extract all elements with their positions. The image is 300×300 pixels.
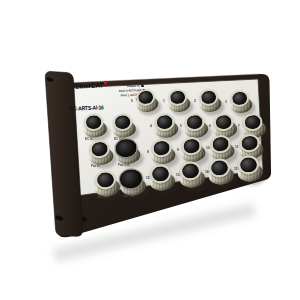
m12-connector [226,89,256,116]
port-number: 8 [147,150,149,153]
aux-port-label: Pwr Out [118,163,130,166]
product-photo-ethercat-junction-box: EtherCAT Power InPort 0 ACT/LinkPort 1 A… [0,0,300,300]
port-number: 13 [176,173,180,176]
port-number: 6 [209,124,211,127]
m12-connector [233,154,267,184]
port-number: 11 [235,145,238,148]
aux-port-label: Pwr In [91,164,100,167]
port-number: 12 [146,176,150,179]
port-number: 10 [206,146,210,149]
led-label: Power In [126,84,140,87]
aux-port-label: EC In [85,137,93,140]
port-number: 14 [205,170,209,173]
port-number: 4 [150,124,152,127]
aux-port-label: 24V In [97,195,106,198]
m12-connector [79,112,110,140]
port-number: 7 [238,124,240,127]
port-number: 2 [194,99,196,102]
m12-connector [195,88,225,115]
port-number: 3 [225,100,227,103]
port-number: 5 [180,124,182,127]
port-number: 0 [131,99,133,102]
registered-mark-icon [104,81,108,85]
m12-connector [108,112,139,140]
port-number: 9 [177,148,179,151]
m12-connector [145,163,179,193]
led-indicator-icon [141,84,145,87]
port-number: 15 [234,167,238,170]
m12-connector [132,88,162,115]
port-number: 1 [163,99,165,102]
aux-port-label: 24V Out [123,194,134,197]
m12-connector [164,88,194,115]
m12-connector [150,112,182,140]
